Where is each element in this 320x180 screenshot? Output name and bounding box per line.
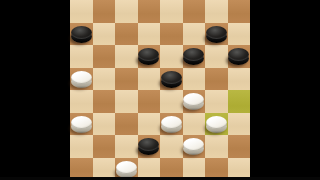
- letterbox-right: [250, 0, 320, 180]
- square-h7[interactable]: [228, 23, 251, 46]
- black-piece-g7[interactable]: [206, 26, 227, 43]
- square-h4[interactable]: [228, 90, 251, 113]
- square-g8[interactable]: [205, 0, 228, 23]
- white-piece-c1[interactable]: [116, 161, 137, 178]
- square-f7[interactable]: [183, 23, 206, 46]
- square-h5[interactable]: [228, 68, 251, 91]
- black-piece-top: [161, 71, 182, 84]
- letterbox-bottom: [0, 177, 320, 180]
- white-piece-top: [71, 71, 92, 84]
- square-b2[interactable]: [93, 135, 116, 158]
- square-b3[interactable]: [93, 113, 116, 136]
- black-piece-a7[interactable]: [71, 26, 92, 43]
- square-a2[interactable]: [70, 135, 93, 158]
- square-g6[interactable]: [205, 45, 228, 68]
- square-c6[interactable]: [115, 45, 138, 68]
- white-piece-top: [206, 116, 227, 129]
- square-b5[interactable]: [93, 68, 116, 91]
- black-piece-d2[interactable]: [138, 138, 159, 155]
- black-piece-top: [206, 26, 227, 39]
- black-piece-top: [71, 26, 92, 39]
- square-h3[interactable]: [228, 113, 251, 136]
- square-g5[interactable]: [205, 68, 228, 91]
- square-h8[interactable]: [228, 0, 251, 23]
- square-f5[interactable]: [183, 68, 206, 91]
- white-piece-top: [116, 161, 137, 174]
- white-piece-f2[interactable]: [183, 138, 204, 155]
- white-piece-a3[interactable]: [71, 116, 92, 133]
- square-c2[interactable]: [115, 135, 138, 158]
- square-d4[interactable]: [138, 90, 161, 113]
- square-b7[interactable]: [93, 23, 116, 46]
- square-d7[interactable]: [138, 23, 161, 46]
- white-piece-e3[interactable]: [161, 116, 182, 133]
- square-a6[interactable]: [70, 45, 93, 68]
- square-a4[interactable]: [70, 90, 93, 113]
- video-frame: [0, 0, 320, 180]
- square-e8[interactable]: [160, 0, 183, 23]
- square-f8[interactable]: [183, 0, 206, 23]
- square-e6[interactable]: [160, 45, 183, 68]
- square-b8[interactable]: [93, 0, 116, 23]
- white-piece-g3[interactable]: [206, 116, 227, 133]
- square-c5[interactable]: [115, 68, 138, 91]
- checkers-board[interactable]: [70, 0, 250, 180]
- black-piece-h6[interactable]: [228, 48, 249, 65]
- black-piece-e5[interactable]: [161, 71, 182, 88]
- black-piece-d6[interactable]: [138, 48, 159, 65]
- square-b6[interactable]: [93, 45, 116, 68]
- square-e7[interactable]: [160, 23, 183, 46]
- square-c7[interactable]: [115, 23, 138, 46]
- white-piece-top: [71, 116, 92, 129]
- square-a8[interactable]: [70, 0, 93, 23]
- square-c8[interactable]: [115, 0, 138, 23]
- square-d8[interactable]: [138, 0, 161, 23]
- square-d3[interactable]: [138, 113, 161, 136]
- letterbox-left: [0, 0, 70, 180]
- white-piece-f4[interactable]: [183, 93, 204, 110]
- square-f3[interactable]: [183, 113, 206, 136]
- square-c4[interactable]: [115, 90, 138, 113]
- square-e4[interactable]: [160, 90, 183, 113]
- square-c3[interactable]: [115, 113, 138, 136]
- white-piece-a5[interactable]: [71, 71, 92, 88]
- square-b4[interactable]: [93, 90, 116, 113]
- square-g4[interactable]: [205, 90, 228, 113]
- square-e2[interactable]: [160, 135, 183, 158]
- square-d5[interactable]: [138, 68, 161, 91]
- black-piece-f6[interactable]: [183, 48, 204, 65]
- square-h2[interactable]: [228, 135, 251, 158]
- square-g2[interactable]: [205, 135, 228, 158]
- white-piece-top: [161, 116, 182, 129]
